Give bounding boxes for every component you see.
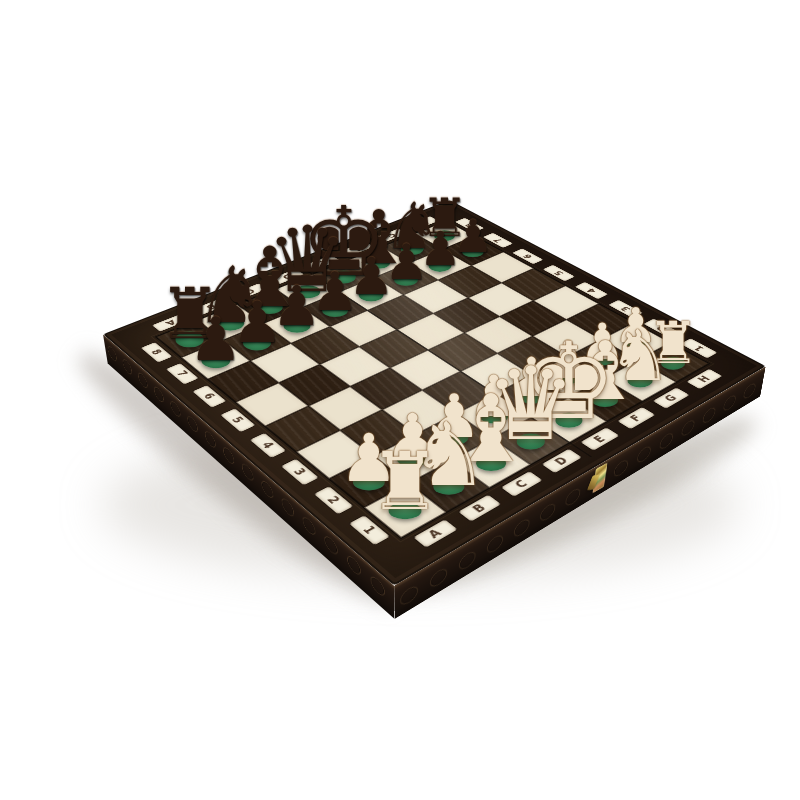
label-file-c-far: C [232, 283, 267, 299]
label-rank-6-right: 6 [512, 248, 543, 264]
label-file-a-far: A [152, 314, 189, 332]
clasp-hook [587, 475, 600, 491]
corner-marker-a8 [155, 336, 158, 338]
corner-marker-a1 [399, 537, 402, 539]
brass-clasp [592, 463, 607, 494]
scene: AABBCCDDEEFFGGHH1122334455667788 ♜♞♝♛♚♝♞… [0, 0, 800, 800]
